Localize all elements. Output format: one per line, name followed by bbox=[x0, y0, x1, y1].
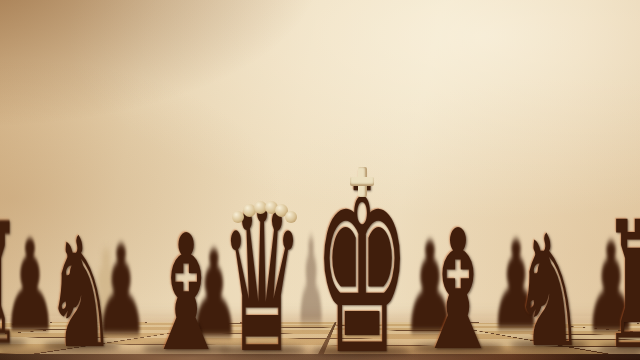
piece-bishop-f: ♝ bbox=[413, 208, 502, 360]
pieces-layer: ♟♟♟♟♟♟♟♟♜♞♝♛♚♝♞♜ bbox=[0, 0, 640, 360]
queen-crown-ball-icon bbox=[232, 211, 244, 223]
piece-rook-h: ♜ bbox=[602, 199, 640, 360]
piece-bishop-c: ♝ bbox=[143, 214, 229, 360]
piece-knight-b: ♞ bbox=[46, 218, 117, 360]
queen-crown-ball-icon bbox=[285, 211, 297, 223]
piece-rook-a: ♜ bbox=[0, 201, 24, 360]
king-cross-horizontal-bar bbox=[350, 177, 374, 186]
scene-photo: ♟♟♟♟♟♟♟♟♜♞♝♛♚♝♞♜ bbox=[0, 0, 640, 360]
king-cross-icon bbox=[350, 167, 374, 197]
piece-knight-g: ♞ bbox=[513, 215, 585, 360]
